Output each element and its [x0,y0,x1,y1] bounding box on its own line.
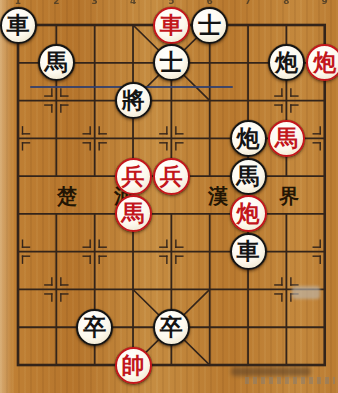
file-number: 5 [166,0,176,6]
watermark-blur-patch [292,286,320,299]
piece-red-soldier[interactable]: 兵 [115,158,152,195]
piece-black-cannon[interactable]: 炮 [268,44,305,81]
piece-red-horse[interactable]: 馬 [268,120,305,157]
piece-black-soldier[interactable]: 卒 [76,309,113,346]
file-number: 2 [51,0,61,6]
file-number: 7 [243,0,253,6]
piece-black-chariot[interactable]: 車 [0,7,37,44]
file-number: 8 [281,0,291,6]
xiangqi-board: 123456789 楚 河 漢 界 車車士馬士炮炮將炮馬兵兵馬馬炮車卒卒帥 [0,0,338,393]
file-number: 9 [320,0,330,6]
piece-red-cannon[interactable]: 炮 [306,44,338,81]
piece-red-cannon[interactable]: 炮 [230,195,267,232]
piece-red-horse[interactable]: 馬 [115,195,152,232]
watermark-text-blur [245,377,335,384]
piece-black-cannon[interactable]: 炮 [230,120,267,157]
piece-black-advisor[interactable]: 士 [153,44,190,81]
file-number: 3 [90,0,100,6]
piece-black-horse[interactable]: 馬 [230,158,267,195]
file-number: 1 [13,0,23,6]
piece-red-soldier[interactable]: 兵 [153,158,190,195]
piece-red-chariot[interactable]: 車 [153,7,190,44]
piece-black-general[interactable]: 將 [115,82,152,119]
piece-red-general[interactable]: 帥 [115,347,152,384]
piece-black-soldier[interactable]: 卒 [153,309,190,346]
file-number: 6 [205,0,215,6]
piece-black-horse[interactable]: 馬 [38,44,75,81]
piece-black-advisor[interactable]: 士 [191,7,228,44]
board-edge-shadow [231,367,311,376]
file-number: 4 [128,0,138,6]
piece-black-chariot[interactable]: 車 [230,233,267,270]
